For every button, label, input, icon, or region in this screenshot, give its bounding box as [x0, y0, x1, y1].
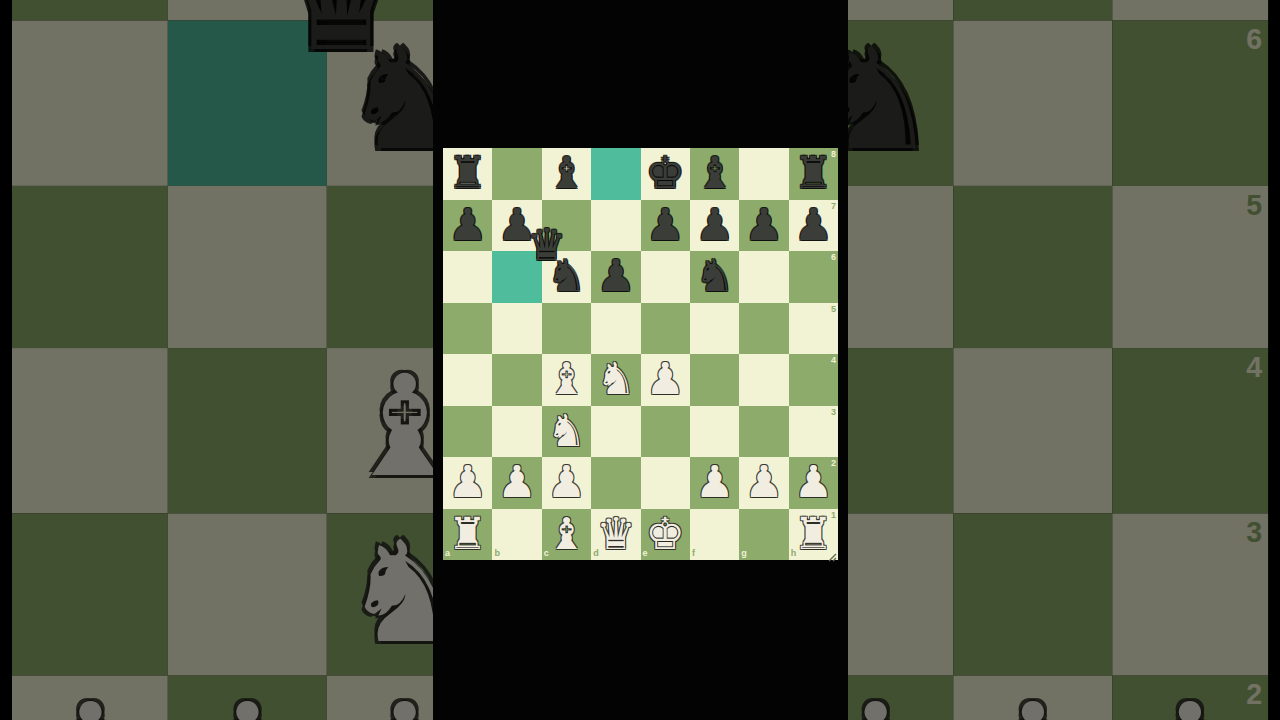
- square-d7[interactable]: [591, 200, 640, 252]
- square-d5[interactable]: [591, 303, 640, 355]
- file-label-c: c: [544, 549, 549, 558]
- square-a3[interactable]: [443, 406, 492, 458]
- square-c3[interactable]: ♞: [542, 406, 591, 458]
- square-h1[interactable]: ♜h1: [789, 509, 838, 561]
- square-e5[interactable]: [641, 303, 690, 355]
- square-a8[interactable]: ♜: [443, 148, 492, 200]
- square-f3[interactable]: [690, 406, 739, 458]
- square-g1[interactable]: g: [739, 509, 788, 561]
- file-label-g: g: [741, 549, 747, 558]
- square-h3[interactable]: 3: [789, 406, 838, 458]
- white-pawn-g2[interactable]: ♟: [739, 457, 788, 509]
- board-resize-handle-icon[interactable]: [825, 547, 837, 559]
- square-f5[interactable]: [690, 303, 739, 355]
- square-d2[interactable]: [591, 457, 640, 509]
- square-f4[interactable]: [690, 354, 739, 406]
- black-king-e8[interactable]: ♚: [641, 148, 690, 200]
- square-b7[interactable]: ♟: [492, 200, 541, 252]
- black-bishop-c8[interactable]: ♝: [542, 148, 591, 200]
- square-h8[interactable]: ♜8: [789, 148, 838, 200]
- square-c6[interactable]: ♞: [542, 251, 591, 303]
- square-d1[interactable]: ♛d: [591, 509, 640, 561]
- black-pawn-d6[interactable]: ♟: [591, 251, 640, 303]
- black-pawn-b7[interactable]: ♟: [492, 200, 541, 252]
- black-pawn-g7[interactable]: ♟: [739, 200, 788, 252]
- white-pawn-f2[interactable]: ♟: [690, 457, 739, 509]
- square-f2[interactable]: ♟: [690, 457, 739, 509]
- square-c1[interactable]: ♝c: [542, 509, 591, 561]
- rank-label-7: 7: [831, 202, 836, 211]
- rank-label-6: 6: [831, 253, 836, 262]
- square-g2[interactable]: ♟: [739, 457, 788, 509]
- square-a7[interactable]: ♟: [443, 200, 492, 252]
- square-a5[interactable]: [443, 303, 492, 355]
- square-a4[interactable]: [443, 354, 492, 406]
- black-rook-a8[interactable]: ♜: [443, 148, 492, 200]
- rank-label-8: 8: [831, 150, 836, 159]
- chess-board[interactable]: ♜♝♚♝♜8♟♟♟♟♟♟7♞♟♞65♝♞♟4♞3♟♟♟♟♟♟2♜ab♝c♛d♚e…: [443, 148, 838, 560]
- square-g7[interactable]: ♟: [739, 200, 788, 252]
- rank-label-5: 5: [831, 305, 836, 314]
- square-h5[interactable]: 5: [789, 303, 838, 355]
- white-pawn-b2[interactable]: ♟: [492, 457, 541, 509]
- white-pawn-c2[interactable]: ♟: [542, 457, 591, 509]
- file-label-b: b: [494, 549, 500, 558]
- square-e4[interactable]: ♟: [641, 354, 690, 406]
- square-h6[interactable]: 6: [789, 251, 838, 303]
- rank-label-2: 2: [831, 459, 836, 468]
- black-pawn-f7[interactable]: ♟: [690, 200, 739, 252]
- square-g4[interactable]: [739, 354, 788, 406]
- square-g6[interactable]: [739, 251, 788, 303]
- square-c8[interactable]: ♝: [542, 148, 591, 200]
- square-b3[interactable]: [492, 406, 541, 458]
- white-bishop-c4[interactable]: ♝: [542, 354, 591, 406]
- rank-label-4: 4: [831, 356, 836, 365]
- square-g3[interactable]: [739, 406, 788, 458]
- rank-label-1: 1: [831, 511, 836, 520]
- square-c2[interactable]: ♟: [542, 457, 591, 509]
- black-pawn-e7[interactable]: ♟: [641, 200, 690, 252]
- white-rook-a1[interactable]: ♜: [443, 509, 492, 561]
- square-e1[interactable]: ♚e: [641, 509, 690, 561]
- square-b8[interactable]: [492, 148, 541, 200]
- square-a2[interactable]: ♟: [443, 457, 492, 509]
- square-d3[interactable]: [591, 406, 640, 458]
- square-c5[interactable]: [542, 303, 591, 355]
- square-b1[interactable]: b: [492, 509, 541, 561]
- square-h7[interactable]: ♟7: [789, 200, 838, 252]
- square-e6[interactable]: [641, 251, 690, 303]
- file-label-h: h: [791, 549, 797, 558]
- square-h4[interactable]: 4: [789, 354, 838, 406]
- square-a6[interactable]: [443, 251, 492, 303]
- video-frame: ♜♝♚♝♜8♟♟♟♟♟♟7♞♟♞65♝♞♟4♞3♟♟♟♟♟♟2♜ab♝c♛d♚e…: [0, 0, 1280, 720]
- square-f1[interactable]: f: [690, 509, 739, 561]
- square-e7[interactable]: ♟: [641, 200, 690, 252]
- white-king-e1[interactable]: ♚: [641, 509, 690, 561]
- file-label-d: d: [593, 549, 599, 558]
- square-g5[interactable]: [739, 303, 788, 355]
- rank-label-3: 3: [831, 408, 836, 417]
- square-e2[interactable]: [641, 457, 690, 509]
- white-knight-d4[interactable]: ♞: [591, 354, 640, 406]
- square-b5[interactable]: [492, 303, 541, 355]
- square-d8[interactable]: [591, 148, 640, 200]
- square-e8[interactable]: ♚: [641, 148, 690, 200]
- square-f6[interactable]: ♞: [690, 251, 739, 303]
- white-bishop-c1[interactable]: ♝: [542, 509, 591, 561]
- white-pawn-e4[interactable]: ♟: [641, 354, 690, 406]
- square-f7[interactable]: ♟: [690, 200, 739, 252]
- white-pawn-a2[interactable]: ♟: [443, 457, 492, 509]
- square-d6[interactable]: ♟: [591, 251, 640, 303]
- file-label-a: a: [445, 549, 450, 558]
- black-bishop-f8[interactable]: ♝: [690, 148, 739, 200]
- black-knight-f6[interactable]: ♞: [690, 251, 739, 303]
- file-label-e: e: [643, 549, 648, 558]
- file-label-f: f: [692, 549, 695, 558]
- square-d4[interactable]: ♞: [591, 354, 640, 406]
- black-pawn-a7[interactable]: ♟: [443, 200, 492, 252]
- square-f8[interactable]: ♝: [690, 148, 739, 200]
- white-knight-c3[interactable]: ♞: [542, 406, 591, 458]
- square-b2[interactable]: ♟: [492, 457, 541, 509]
- black-knight-c6[interactable]: ♞: [542, 251, 591, 303]
- square-g8[interactable]: [739, 148, 788, 200]
- square-e3[interactable]: [641, 406, 690, 458]
- square-a1[interactable]: ♜a: [443, 509, 492, 561]
- square-c4[interactable]: ♝: [542, 354, 591, 406]
- square-h2[interactable]: ♟2: [789, 457, 838, 509]
- square-b4[interactable]: [492, 354, 541, 406]
